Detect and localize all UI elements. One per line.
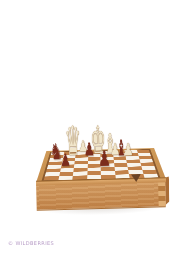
chess-box: ♞♟♛♟♟♚♟♝♟♝♟ bbox=[0, 0, 191, 254]
watermark: © WILDBERRIES bbox=[8, 240, 54, 246]
dark-bishop: ♝ bbox=[115, 137, 126, 159]
pieces-layer: ♞♟♛♟♟♚♟♝♟♝♟ bbox=[0, 0, 191, 254]
product-photo: ♞♟♛♟♟♚♟♝♟♝♟ © WILDBERRIES bbox=[0, 0, 191, 254]
dark-pawn: ♟ bbox=[98, 149, 112, 170]
dark-pawn: ♟ bbox=[60, 152, 71, 169]
